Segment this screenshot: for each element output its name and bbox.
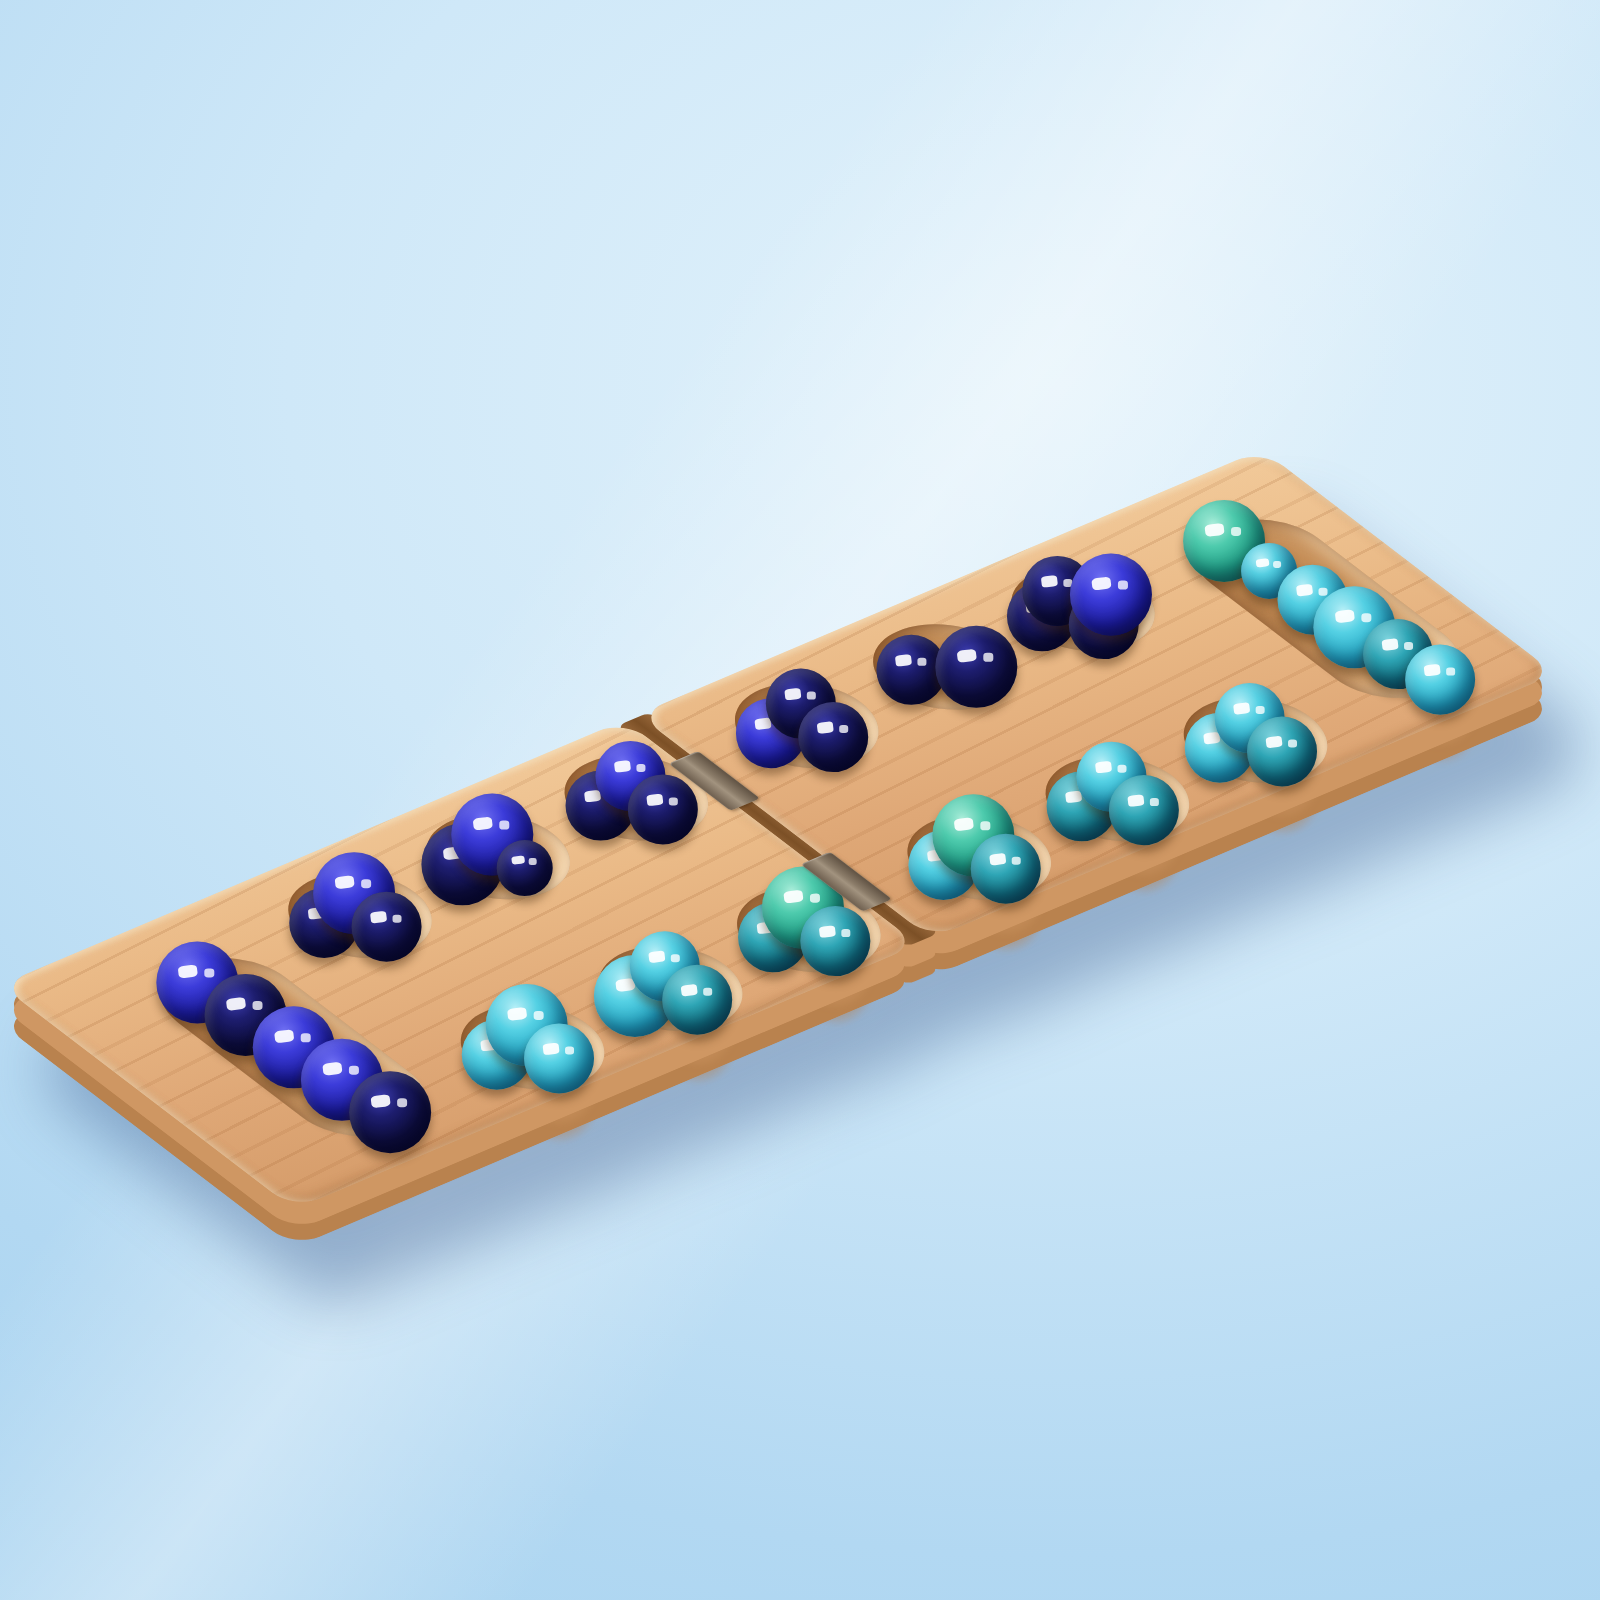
bead-navy [798, 702, 868, 772]
bead-blue [1070, 554, 1152, 636]
board-top-face [0, 449, 1556, 1209]
bead-dteal [971, 834, 1041, 904]
bead-dteal [662, 965, 732, 1035]
bead-navy [935, 626, 1017, 708]
bead-teal [1405, 645, 1475, 715]
bead-navy [497, 840, 553, 896]
bead-dteal [1109, 775, 1179, 845]
mancala-board [0, 0, 1600, 1600]
background [0, 0, 1600, 1600]
bead-navy [349, 1071, 431, 1153]
bead-dteal [1247, 716, 1317, 786]
bead-teal [524, 1023, 594, 1093]
bead-navy [352, 892, 422, 962]
bead-navy [628, 774, 698, 844]
bead-dteal [800, 906, 870, 976]
